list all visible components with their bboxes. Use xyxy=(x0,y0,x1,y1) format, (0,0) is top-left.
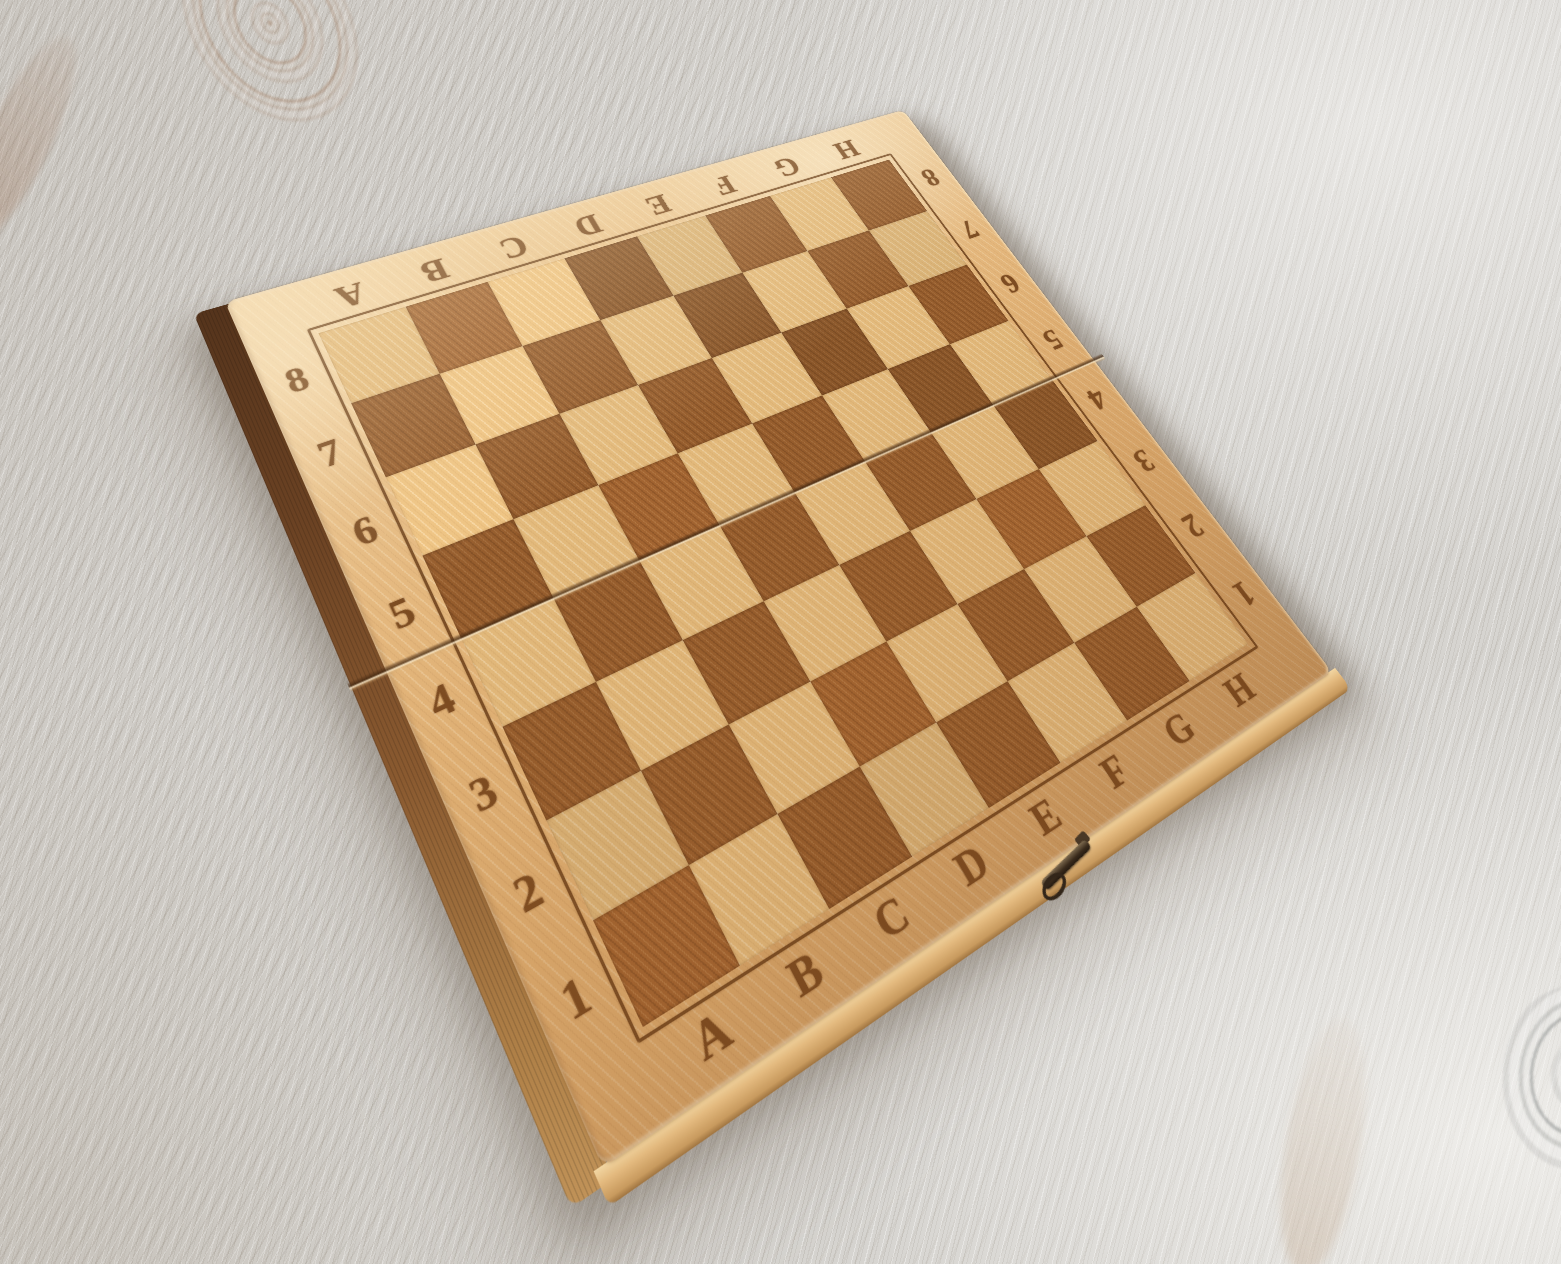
photo-scene: ABCDEFGH ABCDEFGH 87654321 87654321 xyxy=(0,0,1561,1264)
